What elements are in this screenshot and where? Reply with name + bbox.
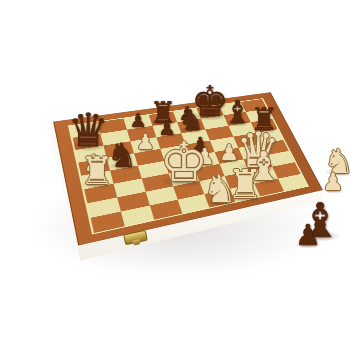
piece-light-rook: ♜ [80,152,114,190]
piece-light-pawn: ♟ [136,132,155,153]
piece-light-king: ♚ [160,136,208,190]
piece-dark-pawn: ♟ [295,221,321,250]
piece-dark-pawn: ♟ [129,111,146,130]
piece-light-knight: ♞ [203,170,237,208]
chess-set-photo: ♟♜♟♚♛♟♞♝♟♜♟♞♟♜♟♟♚♛♝♞♜♞♟♝♟ [0,0,350,350]
piece-dark-queen: ♛ [67,107,108,153]
